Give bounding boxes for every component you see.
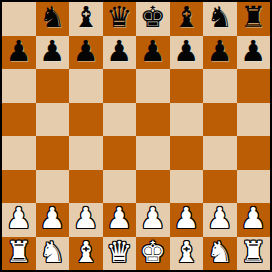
chess-board: ♞♝♛♚♝♞♜♟♟♟♟♟♟♟♟♟♟♟♟♟♟♟♟♜♞♝♛♚♝♞♜ xyxy=(2,2,270,270)
square-f7[interactable]: ♟ xyxy=(170,36,204,70)
square-d2[interactable]: ♟ xyxy=(103,203,137,237)
square-b8[interactable]: ♞ xyxy=(36,2,70,36)
black-knight-icon[interactable]: ♞ xyxy=(207,3,233,32)
square-g8[interactable]: ♞ xyxy=(203,2,237,36)
square-f8[interactable]: ♝ xyxy=(170,2,204,36)
white-pawn-icon[interactable]: ♟ xyxy=(106,204,132,233)
square-g6[interactable] xyxy=(203,69,237,103)
square-b3[interactable] xyxy=(36,170,70,204)
square-b2[interactable]: ♟ xyxy=(36,203,70,237)
black-bishop-icon[interactable]: ♝ xyxy=(173,3,199,32)
square-b5[interactable] xyxy=(36,103,70,137)
square-a6[interactable] xyxy=(2,69,36,103)
square-f1[interactable]: ♝ xyxy=(170,237,204,271)
black-pawn-icon[interactable]: ♟ xyxy=(140,37,166,66)
black-pawn-icon[interactable]: ♟ xyxy=(207,37,233,66)
white-pawn-icon[interactable]: ♟ xyxy=(240,204,266,233)
black-king-icon[interactable]: ♚ xyxy=(140,3,166,32)
square-a5[interactable] xyxy=(2,103,36,137)
square-h2[interactable]: ♟ xyxy=(237,203,271,237)
black-pawn-icon[interactable]: ♟ xyxy=(173,37,199,66)
square-d3[interactable] xyxy=(103,170,137,204)
square-e8[interactable]: ♚ xyxy=(136,2,170,36)
square-f4[interactable] xyxy=(170,136,204,170)
chess-board-frame: ♞♝♛♚♝♞♜♟♟♟♟♟♟♟♟♟♟♟♟♟♟♟♟♜♞♝♛♚♝♞♜ xyxy=(0,0,272,272)
black-pawn-icon[interactable]: ♟ xyxy=(106,37,132,66)
square-a7[interactable]: ♟ xyxy=(2,36,36,70)
square-c2[interactable]: ♟ xyxy=(69,203,103,237)
black-bishop-icon[interactable]: ♝ xyxy=(73,3,99,32)
white-knight-icon[interactable]: ♞ xyxy=(207,238,233,267)
white-pawn-icon[interactable]: ♟ xyxy=(173,204,199,233)
white-pawn-icon[interactable]: ♟ xyxy=(207,204,233,233)
square-a8[interactable] xyxy=(2,2,36,36)
black-pawn-icon[interactable]: ♟ xyxy=(39,37,65,66)
square-e1[interactable]: ♚ xyxy=(136,237,170,271)
white-bishop-icon[interactable]: ♝ xyxy=(173,238,199,267)
square-c1[interactable]: ♝ xyxy=(69,237,103,271)
square-h1[interactable]: ♜ xyxy=(237,237,271,271)
square-e3[interactable] xyxy=(136,170,170,204)
square-g2[interactable]: ♟ xyxy=(203,203,237,237)
square-d7[interactable]: ♟ xyxy=(103,36,137,70)
square-d5[interactable] xyxy=(103,103,137,137)
square-d4[interactable] xyxy=(103,136,137,170)
square-c5[interactable] xyxy=(69,103,103,137)
square-h6[interactable] xyxy=(237,69,271,103)
square-c6[interactable] xyxy=(69,69,103,103)
black-pawn-icon[interactable]: ♟ xyxy=(240,37,266,66)
square-g3[interactable] xyxy=(203,170,237,204)
square-c8[interactable]: ♝ xyxy=(69,2,103,36)
square-e7[interactable]: ♟ xyxy=(136,36,170,70)
square-d6[interactable] xyxy=(103,69,137,103)
square-b4[interactable] xyxy=(36,136,70,170)
square-g4[interactable] xyxy=(203,136,237,170)
square-f2[interactable]: ♟ xyxy=(170,203,204,237)
square-b7[interactable]: ♟ xyxy=(36,36,70,70)
white-pawn-icon[interactable]: ♟ xyxy=(39,204,65,233)
white-king-icon[interactable]: ♚ xyxy=(140,238,166,267)
square-a1[interactable]: ♜ xyxy=(2,237,36,271)
white-rook-icon[interactable]: ♜ xyxy=(240,238,266,267)
square-h3[interactable] xyxy=(237,170,271,204)
square-e2[interactable]: ♟ xyxy=(136,203,170,237)
square-c3[interactable] xyxy=(69,170,103,204)
square-h8[interactable]: ♜ xyxy=(237,2,271,36)
square-f3[interactable] xyxy=(170,170,204,204)
square-g1[interactable]: ♞ xyxy=(203,237,237,271)
white-queen-icon[interactable]: ♛ xyxy=(106,238,132,267)
square-c7[interactable]: ♟ xyxy=(69,36,103,70)
white-bishop-icon[interactable]: ♝ xyxy=(73,238,99,267)
square-e5[interactable] xyxy=(136,103,170,137)
white-pawn-icon[interactable]: ♟ xyxy=(73,204,99,233)
black-rook-icon[interactable]: ♜ xyxy=(240,3,266,32)
square-f5[interactable] xyxy=(170,103,204,137)
square-a4[interactable] xyxy=(2,136,36,170)
square-h7[interactable]: ♟ xyxy=(237,36,271,70)
white-rook-icon[interactable]: ♜ xyxy=(6,238,32,267)
square-f6[interactable] xyxy=(170,69,204,103)
square-h4[interactable] xyxy=(237,136,271,170)
square-c4[interactable] xyxy=(69,136,103,170)
square-e6[interactable] xyxy=(136,69,170,103)
square-b1[interactable]: ♞ xyxy=(36,237,70,271)
black-queen-icon[interactable]: ♛ xyxy=(106,3,132,32)
square-b6[interactable] xyxy=(36,69,70,103)
white-knight-icon[interactable]: ♞ xyxy=(39,238,65,267)
square-e4[interactable] xyxy=(136,136,170,170)
square-a3[interactable] xyxy=(2,170,36,204)
square-h5[interactable] xyxy=(237,103,271,137)
black-pawn-icon[interactable]: ♟ xyxy=(73,37,99,66)
white-pawn-icon[interactable]: ♟ xyxy=(6,204,32,233)
square-a2[interactable]: ♟ xyxy=(2,203,36,237)
square-d1[interactable]: ♛ xyxy=(103,237,137,271)
white-pawn-icon[interactable]: ♟ xyxy=(140,204,166,233)
square-g5[interactable] xyxy=(203,103,237,137)
black-knight-icon[interactable]: ♞ xyxy=(39,3,65,32)
black-pawn-icon[interactable]: ♟ xyxy=(6,37,32,66)
square-d8[interactable]: ♛ xyxy=(103,2,137,36)
square-g7[interactable]: ♟ xyxy=(203,36,237,70)
